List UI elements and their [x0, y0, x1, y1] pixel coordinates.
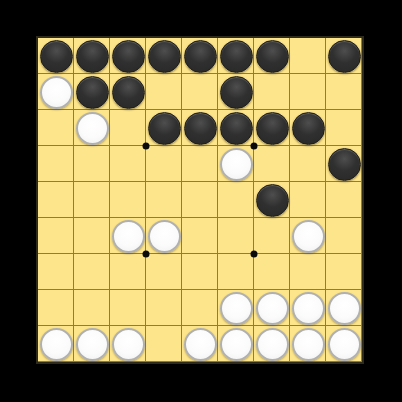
black-stone[interactable] [76, 76, 109, 109]
cell-i6[interactable] [326, 146, 362, 182]
white-stone[interactable] [76, 328, 109, 361]
cell-b6[interactable] [74, 146, 110, 182]
black-stone[interactable] [220, 40, 253, 73]
star-point [143, 251, 150, 258]
white-stone[interactable] [40, 76, 73, 109]
cell-g4[interactable] [254, 218, 290, 254]
black-stone[interactable] [328, 40, 361, 73]
cell-f5[interactable] [218, 182, 254, 218]
cell-c6[interactable] [110, 146, 146, 182]
black-stone[interactable] [148, 40, 181, 73]
cell-c9[interactable] [110, 38, 146, 74]
star-point [143, 143, 150, 150]
cell-i1[interactable] [326, 326, 362, 362]
white-stone[interactable] [184, 328, 217, 361]
cell-d5[interactable] [146, 182, 182, 218]
black-stone[interactable] [220, 76, 253, 109]
white-stone[interactable] [256, 328, 289, 361]
cell-h1[interactable] [290, 326, 326, 362]
white-stone[interactable] [112, 328, 145, 361]
cell-b7[interactable] [74, 110, 110, 146]
cell-c1[interactable] [110, 326, 146, 362]
cell-c3[interactable] [110, 254, 146, 290]
cell-f9[interactable] [218, 38, 254, 74]
black-stone[interactable] [292, 112, 325, 145]
cell-h2[interactable] [290, 290, 326, 326]
cell-g8[interactable] [254, 74, 290, 110]
black-stone[interactable] [256, 184, 289, 217]
cell-b5[interactable] [74, 182, 110, 218]
cell-a7[interactable] [38, 110, 74, 146]
white-stone[interactable] [220, 328, 253, 361]
star-point [251, 143, 258, 150]
cell-g1[interactable] [254, 326, 290, 362]
cell-a9[interactable] [38, 38, 74, 74]
cell-h9[interactable] [290, 38, 326, 74]
cell-f7[interactable] [218, 110, 254, 146]
white-stone[interactable] [40, 328, 73, 361]
cell-h6[interactable] [290, 146, 326, 182]
black-stone[interactable] [256, 112, 289, 145]
cell-h4[interactable] [290, 218, 326, 254]
cell-i3[interactable] [326, 254, 362, 290]
cell-d1[interactable] [146, 326, 182, 362]
cell-i4[interactable] [326, 218, 362, 254]
white-stone[interactable] [148, 220, 181, 253]
game-screen [0, 0, 402, 402]
cell-a6[interactable] [38, 146, 74, 182]
white-stone[interactable] [292, 292, 325, 325]
cell-e8[interactable] [182, 74, 218, 110]
cell-d8[interactable] [146, 74, 182, 110]
black-stone[interactable] [184, 112, 217, 145]
white-stone[interactable] [220, 148, 253, 181]
cell-a1[interactable] [38, 326, 74, 362]
white-stone[interactable] [256, 292, 289, 325]
white-stone[interactable] [328, 292, 361, 325]
black-stone[interactable] [76, 40, 109, 73]
cell-b1[interactable] [74, 326, 110, 362]
black-stone[interactable] [40, 40, 73, 73]
cell-d7[interactable] [146, 110, 182, 146]
cell-a8[interactable] [38, 74, 74, 110]
cell-b3[interactable] [74, 254, 110, 290]
cell-e1[interactable] [182, 326, 218, 362]
cell-b4[interactable] [74, 218, 110, 254]
cell-c7[interactable] [110, 110, 146, 146]
white-stone[interactable] [76, 112, 109, 145]
cell-i9[interactable] [326, 38, 362, 74]
cell-g9[interactable] [254, 38, 290, 74]
cell-h8[interactable] [290, 74, 326, 110]
cell-i5[interactable] [326, 182, 362, 218]
cell-g6[interactable] [254, 146, 290, 182]
cell-a3[interactable] [38, 254, 74, 290]
breakthrough-board[interactable] [36, 36, 364, 364]
cell-c5[interactable] [110, 182, 146, 218]
cell-g5[interactable] [254, 182, 290, 218]
cell-e3[interactable] [182, 254, 218, 290]
cell-e5[interactable] [182, 182, 218, 218]
cell-d9[interactable] [146, 38, 182, 74]
cell-g7[interactable] [254, 110, 290, 146]
cell-f8[interactable] [218, 74, 254, 110]
cell-e4[interactable] [182, 218, 218, 254]
cell-h3[interactable] [290, 254, 326, 290]
white-stone[interactable] [292, 220, 325, 253]
cell-e7[interactable] [182, 110, 218, 146]
cell-d3[interactable] [146, 254, 182, 290]
cell-i2[interactable] [326, 290, 362, 326]
cell-c8[interactable] [110, 74, 146, 110]
cell-f2[interactable] [218, 290, 254, 326]
black-stone[interactable] [112, 76, 145, 109]
black-stone[interactable] [256, 40, 289, 73]
white-stone[interactable] [220, 292, 253, 325]
cell-g3[interactable] [254, 254, 290, 290]
cell-h7[interactable] [290, 110, 326, 146]
cell-f6[interactable] [218, 146, 254, 182]
white-stone[interactable] [112, 220, 145, 253]
cell-e9[interactable] [182, 38, 218, 74]
cell-a5[interactable] [38, 182, 74, 218]
black-stone[interactable] [184, 40, 217, 73]
cell-b2[interactable] [74, 290, 110, 326]
cell-g2[interactable] [254, 290, 290, 326]
cell-h5[interactable] [290, 182, 326, 218]
cell-b8[interactable] [74, 74, 110, 110]
cell-d6[interactable] [146, 146, 182, 182]
cell-b9[interactable] [74, 38, 110, 74]
black-stone[interactable] [328, 148, 361, 181]
black-stone[interactable] [112, 40, 145, 73]
cell-c2[interactable] [110, 290, 146, 326]
white-stone[interactable] [328, 328, 361, 361]
cell-a4[interactable] [38, 218, 74, 254]
black-stone[interactable] [220, 112, 253, 145]
white-stone[interactable] [292, 328, 325, 361]
cell-e6[interactable] [182, 146, 218, 182]
cell-e2[interactable] [182, 290, 218, 326]
cell-f1[interactable] [218, 326, 254, 362]
cell-f4[interactable] [218, 218, 254, 254]
cell-d4[interactable] [146, 218, 182, 254]
cell-a2[interactable] [38, 290, 74, 326]
cell-d2[interactable] [146, 290, 182, 326]
cell-i8[interactable] [326, 74, 362, 110]
cell-f3[interactable] [218, 254, 254, 290]
star-point [251, 251, 258, 258]
cell-c4[interactable] [110, 218, 146, 254]
cell-i7[interactable] [326, 110, 362, 146]
black-stone[interactable] [148, 112, 181, 145]
